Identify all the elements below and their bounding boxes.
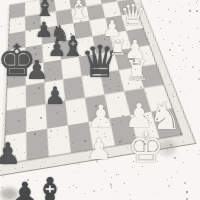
white-knight: ♞ [148,100,181,133]
chessboard-photo: ♝♟♞♟♝♚♟♛♟♟♝♛♟♜♟♜♟♟♞♟♚♟♝ [0,0,200,200]
white-rook: ♜ [125,59,149,83]
black-knight: ♞ [50,24,70,44]
white-pawn: ♟ [124,39,146,62]
black-pawn-captured: ♟ [9,180,41,200]
black-queen: ♛ [80,42,119,82]
white-pawn: ♟ [87,103,115,131]
black-bishop: ♝ [60,34,85,59]
white-bishop: ♝ [68,0,90,21]
white-pawn: ♟ [86,136,112,162]
black-pawn: ♟ [0,140,21,167]
black-bishop-captured: ♝ [31,175,69,200]
white-pawn: ♟ [124,101,154,131]
pieces-layer: ♝♟♞♟♝♚♟♛♟♟♝♛♟♜♟♜♟♟♞♟♚♟♝ [0,0,200,200]
black-pawn: ♟ [44,86,66,108]
black-pawn: ♟ [25,59,48,82]
white-queen: ♛ [120,2,146,28]
black-pawn: ♟ [48,40,67,59]
black-king: ♚ [0,41,37,81]
white-king: ♚ [127,129,165,167]
black-pawn: ♟ [35,21,54,40]
white-rook: ♜ [109,39,128,58]
white-pawn: ♟ [102,19,122,39]
black-bishop: ♝ [34,0,56,20]
